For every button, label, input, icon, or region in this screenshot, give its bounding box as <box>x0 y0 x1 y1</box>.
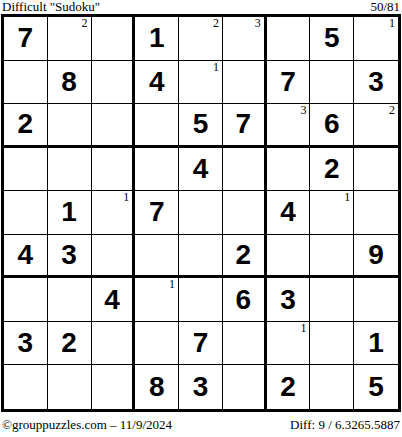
given-digit: 3 <box>18 329 34 357</box>
given-digit: 3 <box>368 68 384 96</box>
given-digit: 4 <box>104 286 120 314</box>
given-digit: 2 <box>18 110 34 138</box>
cell-r4c7[interactable] <box>267 148 311 192</box>
cell-r4c5[interactable]: 4 <box>179 148 223 192</box>
cell-r5c3[interactable]: 1 <box>92 191 136 235</box>
cell-r8c8[interactable] <box>310 322 354 366</box>
page-footer: ©grouppuzzles.com – 11/9/2024 Diff: 9 / … <box>0 418 402 432</box>
cell-r3c2[interactable] <box>48 104 92 148</box>
given-digit: 3 <box>61 241 77 269</box>
cell-r6c6[interactable]: 2 <box>223 235 267 279</box>
given-digit: 7 <box>280 68 296 96</box>
cell-r1c4[interactable]: 1 <box>135 17 179 61</box>
given-digit: 9 <box>368 241 384 269</box>
cell-r3c6[interactable]: 7 <box>223 104 267 148</box>
cell-r1c2[interactable]: 2 <box>48 17 92 61</box>
given-digit: 6 <box>324 110 340 138</box>
cell-r4c9[interactable] <box>354 148 398 192</box>
cell-r5c4[interactable]: 7 <box>135 191 179 235</box>
cell-r8c1[interactable]: 3 <box>4 322 48 366</box>
given-digit: 8 <box>149 373 165 401</box>
cell-r9c2[interactable] <box>48 365 92 409</box>
given-digit: 3 <box>193 373 209 401</box>
cell-r6c9[interactable]: 9 <box>354 235 398 279</box>
cell-r1c6[interactable]: 3 <box>223 17 267 61</box>
cell-r5c7[interactable]: 4 <box>267 191 311 235</box>
copyright-date: ©grouppuzzles.com – 11/9/2024 <box>2 418 172 432</box>
candidate-digit: 2 <box>213 17 219 30</box>
cell-r7c2[interactable] <box>48 278 92 322</box>
cell-r8c5[interactable]: 7 <box>179 322 223 366</box>
cell-r8c4[interactable] <box>135 322 179 366</box>
given-digit: 7 <box>18 24 34 52</box>
cell-r7c5[interactable] <box>179 278 223 322</box>
given-digit: 4 <box>280 198 296 226</box>
cell-r7c9[interactable] <box>354 278 398 322</box>
cell-r9c5[interactable]: 3 <box>179 365 223 409</box>
cell-r1c1[interactable]: 7 <box>4 17 48 61</box>
cell-r4c4[interactable] <box>135 148 179 192</box>
cell-r8c2[interactable]: 2 <box>48 322 92 366</box>
cell-r6c8[interactable] <box>310 235 354 279</box>
cell-r1c5[interactable]: 2 <box>179 17 223 61</box>
candidate-digit: 2 <box>82 17 88 30</box>
cell-r5c8[interactable]: 1 <box>310 191 354 235</box>
cell-r2c4[interactable]: 4 <box>135 61 179 105</box>
given-digit: 5 <box>193 110 209 138</box>
cell-r3c5[interactable]: 5 <box>179 104 223 148</box>
cell-r4c6[interactable] <box>223 148 267 192</box>
difficulty-rating: Diff: 9 / 6.3265.5887 <box>290 418 400 432</box>
given-digit: 2 <box>235 241 251 269</box>
cell-r7c1[interactable] <box>4 278 48 322</box>
puzzle-title: Difficult "Sudoku" <box>2 0 100 13</box>
cell-r8c6[interactable] <box>223 322 267 366</box>
page-header: Difficult "Sudoku" 50/81 <box>0 0 402 14</box>
cell-r7c8[interactable] <box>310 278 354 322</box>
cell-r5c5[interactable] <box>179 191 223 235</box>
cell-r7c3[interactable]: 4 <box>92 278 136 322</box>
given-digit: 5 <box>324 24 340 52</box>
cell-r4c2[interactable] <box>48 148 92 192</box>
cell-r3c9[interactable]: 2 <box>354 104 398 148</box>
cell-r1c8[interactable]: 5 <box>310 17 354 61</box>
cell-r6c4[interactable] <box>135 235 179 279</box>
cell-r3c3[interactable] <box>92 104 136 148</box>
cell-r9c4[interactable]: 8 <box>135 365 179 409</box>
cell-r5c1[interactable] <box>4 191 48 235</box>
cell-r6c1[interactable]: 4 <box>4 235 48 279</box>
given-digit: 2 <box>324 155 340 183</box>
candidate-digit: 1 <box>344 191 350 204</box>
cell-r4c3[interactable] <box>92 148 136 192</box>
cell-r8c9[interactable]: 1 <box>354 322 398 366</box>
cell-r2c1[interactable] <box>4 61 48 105</box>
given-digit: 2 <box>61 329 77 357</box>
cell-r9c1[interactable] <box>4 365 48 409</box>
cell-r5c2[interactable]: 1 <box>48 191 92 235</box>
sudoku-board: 7212351841732573624211741432941633271183… <box>1 14 401 412</box>
cell-r4c1[interactable] <box>4 148 48 192</box>
cell-r9c3[interactable] <box>92 365 136 409</box>
cell-r2c3[interactable] <box>92 61 136 105</box>
cell-r5c9[interactable] <box>354 191 398 235</box>
cell-r2c5[interactable]: 1 <box>179 61 223 105</box>
given-digit: 7 <box>149 198 165 226</box>
candidate-digit: 2 <box>389 104 395 117</box>
given-digit: 4 <box>149 68 165 96</box>
cell-r7c6[interactable]: 6 <box>223 278 267 322</box>
cell-r2c9[interactable]: 3 <box>354 61 398 105</box>
given-digit: 4 <box>193 155 209 183</box>
cell-r6c3[interactable] <box>92 235 136 279</box>
cell-r2c6[interactable] <box>223 61 267 105</box>
cell-r5c6[interactable] <box>223 191 267 235</box>
candidate-digit: 1 <box>123 191 129 204</box>
cell-r3c8[interactable]: 6 <box>310 104 354 148</box>
cell-r9c8[interactable] <box>310 365 354 409</box>
given-digit: 7 <box>193 329 209 357</box>
cell-r1c7[interactable] <box>267 17 311 61</box>
given-digit: 2 <box>280 373 296 401</box>
given-digit: 5 <box>368 373 384 401</box>
cell-r6c2[interactable]: 3 <box>48 235 92 279</box>
cell-r1c9[interactable]: 1 <box>354 17 398 61</box>
candidate-digit: 1 <box>169 278 175 291</box>
cell-r2c7[interactable]: 7 <box>267 61 311 105</box>
given-digit: 1 <box>368 329 384 357</box>
cell-r3c7[interactable]: 3 <box>267 104 311 148</box>
given-digit: 6 <box>235 286 251 314</box>
cell-r7c4[interactable]: 1 <box>135 278 179 322</box>
given-digit: 8 <box>61 68 77 96</box>
candidate-digit: 3 <box>300 104 306 117</box>
candidate-digit: 1 <box>213 61 219 74</box>
given-digit: 1 <box>149 24 165 52</box>
cell-r2c8[interactable] <box>310 61 354 105</box>
cell-r9c6[interactable] <box>223 365 267 409</box>
cell-r1c3[interactable] <box>92 17 136 61</box>
cell-r4c8[interactable]: 2 <box>310 148 354 192</box>
candidate-digit: 1 <box>389 17 395 30</box>
cell-r8c7[interactable]: 1 <box>267 322 311 366</box>
given-digit: 7 <box>235 110 251 138</box>
cell-r9c9[interactable]: 5 <box>354 365 398 409</box>
empty-cell-counter: 50/81 <box>370 0 400 13</box>
cell-r8c3[interactable] <box>92 322 136 366</box>
cell-r3c4[interactable] <box>135 104 179 148</box>
cell-r7c7[interactable]: 3 <box>267 278 311 322</box>
cell-r6c7[interactable] <box>267 235 311 279</box>
candidate-digit: 1 <box>300 322 306 335</box>
candidate-digit: 3 <box>255 17 261 30</box>
given-digit: 3 <box>280 286 296 314</box>
cell-r6c5[interactable] <box>179 235 223 279</box>
given-digit: 1 <box>61 198 77 226</box>
cell-r3c1[interactable]: 2 <box>4 104 48 148</box>
cell-r9c7[interactable]: 2 <box>267 365 311 409</box>
given-digit: 4 <box>18 241 34 269</box>
cell-r2c2[interactable]: 8 <box>48 61 92 105</box>
